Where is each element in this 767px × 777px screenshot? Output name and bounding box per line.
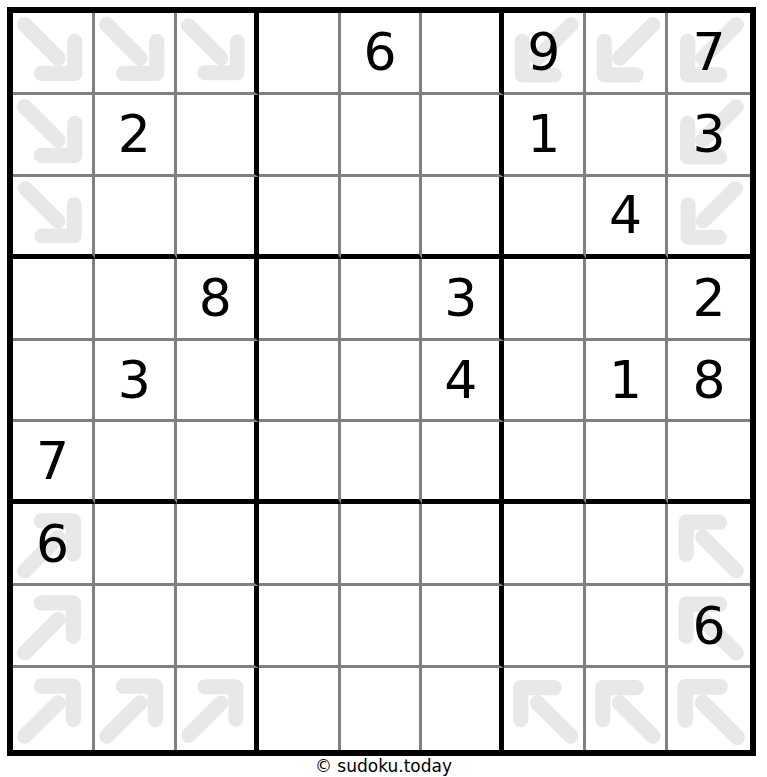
cell-r6c3[interactable] [177,422,259,504]
given-digit: 6 [693,600,726,652]
cell-r9c5[interactable] [341,668,423,750]
cell-r8c2[interactable] [95,586,177,668]
cell-r4c5[interactable] [341,259,423,341]
cell-r8c1[interactable] [13,586,95,668]
cell-r3c4[interactable] [259,177,341,259]
given-digit: 6 [36,518,69,570]
cell-r1c4[interactable] [259,13,341,95]
cell-r5c4[interactable] [259,341,341,423]
cell-r2c1[interactable] [13,95,95,177]
cell-r9c6[interactable] [422,668,504,750]
arrow-se-icon [98,16,171,89]
cell-r9c9[interactable] [668,668,750,750]
cell-r6c2[interactable] [95,422,177,504]
arrow-se-icon [16,16,89,89]
given-digit: 3 [444,272,477,324]
cell-r6c6[interactable] [422,422,504,504]
cell-r2c7[interactable]: 1 [504,95,586,177]
cell-r6c1[interactable]: 7 [13,422,95,504]
given-digit: 8 [199,272,232,324]
given-digit: 1 [609,354,642,406]
cell-r7c2[interactable] [95,504,177,586]
arrow-se-icon [16,98,89,171]
arrow-nw-icon [589,671,662,746]
cell-r9c2[interactable] [95,668,177,750]
arrow-sw-icon [589,16,662,89]
given-digit: 2 [693,272,726,324]
cell-r1c2[interactable] [95,13,177,95]
cell-r4c8[interactable] [586,259,668,341]
cell-r2c5[interactable] [341,95,423,177]
cell-r7c9[interactable] [668,504,750,586]
cell-r5c7[interactable] [504,341,586,423]
cell-r6c7[interactable] [504,422,586,504]
cell-r3c3[interactable] [177,177,259,259]
cell-r4c4[interactable] [259,259,341,341]
cell-r8c9[interactable]: 6 [668,586,750,668]
arrow-se-icon [180,16,251,89]
arrow-nw-icon [671,507,746,580]
cell-r1c9[interactable]: 7 [668,13,750,95]
cell-r6c8[interactable] [586,422,668,504]
cell-r4c6[interactable]: 3 [422,259,504,341]
arrow-ne-icon [15,673,90,746]
given-digit: 3 [693,108,726,160]
cell-r5c6[interactable]: 4 [422,341,504,423]
cell-r5c8[interactable]: 1 [586,341,668,423]
cell-r1c7[interactable]: 9 [504,13,586,95]
given-digit: 4 [444,354,477,406]
cell-r6c4[interactable] [259,422,341,504]
cell-r8c7[interactable] [504,586,586,668]
cell-r2c3[interactable] [177,95,259,177]
given-digit: 2 [118,108,151,160]
cell-r4c3[interactable]: 8 [177,259,259,341]
cell-r8c8[interactable] [586,586,668,668]
arrow-ne-icon [97,673,172,746]
given-digit: 4 [609,189,642,241]
cell-r2c4[interactable] [259,95,341,177]
cell-r9c7[interactable] [504,668,586,750]
given-digit: 1 [527,108,560,160]
sudoku-board: 69721348323418766 [7,7,756,756]
cell-r8c6[interactable] [422,586,504,668]
cell-r5c2[interactable]: 3 [95,341,177,423]
cell-r3c6[interactable] [422,177,504,259]
arrow-se-icon [16,180,89,251]
cell-r3c1[interactable] [13,177,95,259]
cell-r7c5[interactable] [341,504,423,586]
arrow-nw-icon [507,671,580,746]
arrow-nw-icon [671,671,746,746]
cell-r7c7[interactable] [504,504,586,586]
cell-r9c1[interactable] [13,668,95,750]
arrow-ne-icon [16,589,89,662]
cell-r7c4[interactable] [259,504,341,586]
cell-r1c8[interactable] [586,13,668,95]
cell-r5c3[interactable] [177,341,259,423]
given-digit: 7 [36,435,69,487]
cell-r8c3[interactable] [177,586,259,668]
given-digit: 6 [363,26,396,78]
cell-r5c5[interactable] [341,341,423,423]
cell-r3c8[interactable]: 4 [586,177,668,259]
cell-r8c4[interactable] [259,586,341,668]
cell-r9c4[interactable] [259,668,341,750]
cell-r5c1[interactable] [13,341,95,423]
cell-r7c6[interactable] [422,504,504,586]
cell-r4c2[interactable] [95,259,177,341]
cell-r6c5[interactable] [341,422,423,504]
given-digit: 7 [693,26,726,78]
cell-r7c3[interactable] [177,504,259,586]
cell-r5c9[interactable]: 8 [668,341,750,423]
copyright: © sudoku.today [0,755,767,777]
cell-r4c7[interactable] [504,259,586,341]
cell-r3c9[interactable] [668,177,750,259]
given-digit: 8 [693,354,726,406]
cell-r1c5[interactable]: 6 [341,13,423,95]
cell-r2c2[interactable]: 2 [95,95,177,177]
given-digit: 9 [527,26,560,78]
cell-r9c8[interactable] [586,668,668,750]
cell-r3c2[interactable] [95,177,177,259]
cell-r1c3[interactable] [177,13,259,95]
cell-r8c5[interactable] [341,586,423,668]
cell-r7c1[interactable]: 6 [13,504,95,586]
cell-r3c5[interactable] [341,177,423,259]
cell-r2c8[interactable] [586,95,668,177]
arrow-ne-icon [178,674,253,745]
cell-r4c9[interactable]: 2 [668,259,750,341]
cell-r7c8[interactable] [586,504,668,586]
cell-r2c9[interactable]: 3 [668,95,750,177]
cell-r1c6[interactable] [422,13,504,95]
cell-r3c7[interactable] [504,177,586,259]
given-digit: 3 [118,354,151,406]
cell-r6c9[interactable] [668,422,750,504]
cell-r1c1[interactable] [13,13,95,95]
cell-r2c6[interactable] [422,95,504,177]
arrow-sw-icon [674,178,745,253]
cell-r9c3[interactable] [177,668,259,750]
cell-r4c1[interactable] [13,259,95,341]
